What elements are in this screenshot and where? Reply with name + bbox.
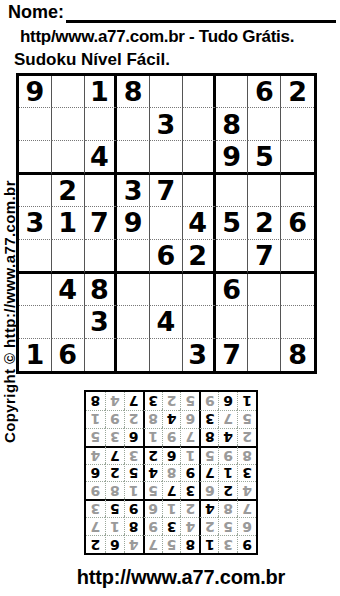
solution-cell-r6c9: 4 [86,446,105,464]
solution-cell-r2c8: 1 [105,517,124,535]
solution-cell-r8c4: 6 [180,410,199,428]
solution-cell-r2c9: 7 [86,517,105,535]
puzzle-cell-r3c9 [281,141,314,175]
solution-cell-r5c8: 2 [105,464,124,482]
solution-cell-r9c8: 4 [105,392,124,410]
solution-cell-r9c5: 2 [162,392,181,410]
puzzle-cell-r4c4: 3 [117,175,150,207]
puzzle-cell-r5c8: 2 [248,207,281,239]
solution-cell-r6c7: 3 [124,446,143,464]
solution-cell-r8c6: 8 [143,410,162,428]
puzzle-cell-r1c2 [52,76,85,108]
puzzle-cell-r7c3: 8 [85,274,118,306]
puzzle-cell-r9c2: 6 [52,339,85,371]
puzzle-cell-r8c7 [216,306,249,338]
solution-cell-r2c1: 6 [237,517,256,535]
puzzle-cell-r6c2 [52,240,85,274]
solution-cell-r7c7: 6 [124,428,143,446]
solution-cell-r1c6: 7 [143,535,162,553]
solution-cell-r4c9: 9 [86,481,105,499]
solution-cell-r7c4: 7 [180,428,199,446]
solution-cell-r5c1: 3 [237,464,256,482]
solution-cell-r4c8: 8 [105,481,124,499]
solution-cell-r4c2: 2 [218,481,237,499]
puzzle-cell-r6c6: 2 [183,240,216,274]
puzzle-cell-r5c9: 6 [281,207,314,239]
solution-cell-r9c6: 3 [143,392,162,410]
puzzle-cell-r6c4 [117,240,150,274]
puzzle-cell-r7c5 [150,274,183,306]
solution-cell-r1c4: 8 [180,535,199,553]
puzzle-cell-r3c7: 9 [216,141,249,175]
puzzle-cell-r8c4 [117,306,150,338]
solution-cell-r6c6: 2 [143,446,162,464]
puzzle-cell-r2c8 [248,108,281,140]
puzzle-cell-r8c2 [52,306,85,338]
puzzle-cell-r8c9 [281,306,314,338]
puzzle-cell-r5c6: 4 [183,207,216,239]
puzzle-cell-r2c5: 3 [150,108,183,140]
puzzle-cell-r5c3: 7 [85,207,118,239]
solution-cell-r6c8: 7 [105,446,124,464]
solution-cell-r7c9: 5 [86,428,105,446]
puzzle-cell-r8c5: 4 [150,306,183,338]
puzzle-cell-r7c8 [248,274,281,306]
puzzle-cell-r4c1 [19,175,52,207]
puzzle-cell-r8c1 [19,306,52,338]
solution-cell-r7c6: 1 [143,428,162,446]
puzzle-cell-r9c6: 3 [183,339,216,371]
solution-cell-r3c7: 9 [124,499,143,517]
puzzle-cell-r1c7 [216,76,249,108]
puzzle-cell-r9c8 [248,339,281,371]
solution-cell-r9c1: 1 [237,392,256,410]
solution-cell-r6c3: 5 [199,446,218,464]
puzzle-cell-r9c3 [85,339,118,371]
puzzle-level-title: Sudoku Nível Fácil. [14,50,170,70]
puzzle-cell-r1c1: 9 [19,76,52,108]
puzzle-cell-r4c5: 7 [150,175,183,207]
puzzle-cell-r6c9 [281,240,314,274]
puzzle-cell-r2c7: 8 [216,108,249,140]
puzzle-cell-r5c5 [150,207,183,239]
solution-cell-r5c2: 1 [218,464,237,482]
name-blank-line [66,2,336,23]
solution-cell-r2c5: 3 [162,517,181,535]
puzzle-cell-r4c9 [281,175,314,207]
puzzle-cell-r2c4 [117,108,150,140]
puzzle-cell-r4c2: 2 [52,175,85,207]
solution-cell-r3c4: 2 [180,499,199,517]
solution-cell-r7c2: 4 [218,428,237,446]
solution-cell-r5c9: 6 [86,464,105,482]
solution-cell-r9c3: 9 [199,392,218,410]
puzzle-cell-r9c1: 1 [19,339,52,371]
puzzle-cell-r3c3: 4 [85,141,118,175]
solution-cell-r7c8: 3 [105,428,124,446]
solution-cell-r1c5: 5 [162,535,181,553]
puzzle-cell-r4c6 [183,175,216,207]
solution-cell-r4c1: 4 [237,481,256,499]
solution-cell-r6c1: 8 [237,446,256,464]
solution-cell-r6c4: 1 [180,446,199,464]
solution-cell-r3c5: 1 [162,499,181,517]
puzzle-cell-r3c6 [183,141,216,175]
solution-cell-r4c5: 7 [162,481,181,499]
puzzle-cell-r7c9 [281,274,314,306]
sudoku-worksheet-page: Nome: http/www.a77.com.br - Tudo Grátis.… [0,0,340,596]
puzzle-cell-r2c3 [85,108,118,140]
solution-cell-r1c3: 1 [199,535,218,553]
puzzle-cell-r7c2: 4 [52,274,85,306]
solution-cell-r3c8: 5 [105,499,124,517]
puzzle-cell-r4c7 [216,175,249,207]
puzzle-cell-r6c7 [216,240,249,274]
puzzle-cell-r1c3: 1 [85,76,118,108]
puzzle-cell-r8c6 [183,306,216,338]
puzzle-cell-r1c4: 8 [117,76,150,108]
solution-cell-r3c3: 4 [199,499,218,517]
solution-cell-r7c1: 2 [237,428,256,446]
solution-cell-r3c6: 6 [143,499,162,517]
solution-cell-r9c2: 6 [218,392,237,410]
solution-cell-r8c2: 7 [218,410,237,428]
solution-cell-r4c7: 1 [124,481,143,499]
puzzle-cell-r6c8: 7 [248,240,281,274]
puzzle-cell-r4c3 [85,175,118,207]
puzzle-cell-r9c4 [117,339,150,371]
puzzle-cell-r2c1 [19,108,52,140]
puzzle-cell-r1c6 [183,76,216,108]
solution-cell-r3c1: 7 [237,499,256,517]
solution-cell-r6c5: 6 [162,446,181,464]
solution-cell-r2c2: 5 [218,517,237,535]
puzzle-cell-r1c8: 6 [248,76,281,108]
sudoku-puzzle-grid: 9186238495237317945266274863416378 [16,73,317,374]
solution-cell-r5c4: 9 [180,464,199,482]
solution-cell-r2c6: 9 [143,517,162,535]
puzzle-cell-r1c9: 2 [281,76,314,108]
name-row: Nome: [8,2,338,23]
solution-cell-r9c4: 5 [180,392,199,410]
solution-cell-r5c5: 8 [162,464,181,482]
footer-url: http://www.a77.com.br [0,566,340,589]
solution-cell-r5c3: 7 [199,464,218,482]
puzzle-cell-r3c4 [117,141,150,175]
solution-cell-r2c3: 2 [199,517,218,535]
puzzle-cell-r1c5 [150,76,183,108]
solution-cell-r4c3: 6 [199,481,218,499]
puzzle-cell-r5c1: 3 [19,207,52,239]
solution-cell-r9c7: 7 [124,392,143,410]
puzzle-cell-r7c6 [183,274,216,306]
puzzle-cell-r3c1 [19,141,52,175]
solution-cell-r1c2: 3 [218,535,237,553]
solution-cell-r5c6: 4 [143,464,162,482]
solution-cell-r8c3: 3 [199,410,218,428]
solution-cell-r4c4: 3 [180,481,199,499]
puzzle-cell-r9c5 [150,339,183,371]
solution-cell-r1c7: 4 [124,535,143,553]
solution-cell-r4c6: 5 [143,481,162,499]
puzzle-cell-r2c2 [52,108,85,140]
site-header-text: http/www.a77.com.br - Tudo Grátis. [20,27,294,47]
solution-cell-r9c9: 8 [86,392,105,410]
solution-cell-r1c1: 9 [237,535,256,553]
puzzle-cell-r6c3 [85,240,118,274]
puzzle-cell-r5c7: 5 [216,207,249,239]
solution-cell-r3c2: 8 [218,499,237,517]
puzzle-cell-r9c7: 7 [216,339,249,371]
solution-cell-r1c8: 6 [105,535,124,553]
puzzle-cell-r7c4 [117,274,150,306]
solution-cell-r2c7: 8 [124,517,143,535]
solution-cell-r8c5: 4 [162,410,181,428]
puzzle-cell-r7c7: 6 [216,274,249,306]
solution-cell-r8c7: 2 [124,410,143,428]
puzzle-cell-r2c6 [183,108,216,140]
solution-cell-r6c2: 9 [218,446,237,464]
solution-cell-r7c3: 8 [199,428,218,446]
solution-cell-r8c8: 9 [105,410,124,428]
name-label: Nome: [8,2,64,23]
puzzle-cell-r3c8: 5 [248,141,281,175]
puzzle-cell-r3c5 [150,141,183,175]
puzzle-cell-r5c2: 1 [52,207,85,239]
solution-cell-r8c1: 5 [237,410,256,428]
solution-cell-r5c7: 5 [124,464,143,482]
solution-cell-r2c4: 4 [180,517,199,535]
puzzle-cell-r8c3: 3 [85,306,118,338]
puzzle-cell-r5c4: 9 [117,207,150,239]
solution-cell-r1c9: 2 [86,535,105,553]
sudoku-solution-grid-rotated-180: 9318574626524398177842169534263751893179… [84,390,258,555]
puzzle-cell-r2c9 [281,108,314,140]
solution-cell-r7c5: 9 [162,428,181,446]
puzzle-cell-r3c2 [52,141,85,175]
puzzle-cell-r8c8 [248,306,281,338]
puzzle-cell-r4c8 [248,175,281,207]
solution-cell-r3c9: 3 [86,499,105,517]
puzzle-cell-r9c9: 8 [281,339,314,371]
puzzle-cell-r6c1 [19,240,52,274]
puzzle-cell-r7c1 [19,274,52,306]
solution-cell-r8c9: 1 [86,410,105,428]
puzzle-cell-r6c5: 6 [150,240,183,274]
